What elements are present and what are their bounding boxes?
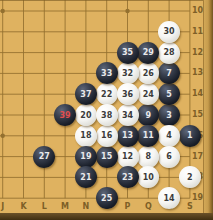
stone-black-37-N14[interactable]: 37 (75, 83, 97, 105)
column-label-s: S (183, 202, 197, 212)
stone-white-18-N16[interactable]: 18 (75, 125, 97, 147)
stone-white-34-P15[interactable]: 34 (117, 104, 139, 126)
column-label-j: J (0, 202, 10, 212)
go-board-screen: JKLMNOPQRS10111213141516171819 123456789… (0, 0, 213, 220)
stone-white-30-R11[interactable]: 30 (158, 21, 180, 43)
column-label-l: L (37, 202, 51, 212)
stone-white-4-R16[interactable]: 4 (158, 125, 180, 147)
board-right-edge (203, 0, 213, 220)
stone-white-6-R17[interactable]: 6 (158, 146, 180, 168)
stone-black-1-S16[interactable]: 1 (179, 125, 201, 147)
stone-black-15-O17[interactable]: 15 (96, 146, 118, 168)
stone-black-39-M15[interactable]: 39 (54, 104, 76, 126)
stone-black-25-O19[interactable]: 25 (96, 187, 118, 209)
stone-black-33-O13[interactable]: 33 (96, 62, 118, 84)
stone-white-28-R12[interactable]: 28 (158, 42, 180, 64)
column-label-n: N (79, 202, 93, 212)
stone-black-29-Q12[interactable]: 29 (137, 42, 159, 64)
stone-white-16-O16[interactable]: 16 (96, 125, 118, 147)
stone-white-12-P17[interactable]: 12 (117, 146, 139, 168)
stone-black-13-P16[interactable]: 13 (117, 125, 139, 147)
board-bottom-edge (0, 213, 213, 220)
stone-black-35-P12[interactable]: 35 (117, 42, 139, 64)
stone-white-20-N15[interactable]: 20 (75, 104, 97, 126)
stone-black-23-P18[interactable]: 23 (117, 166, 139, 188)
stone-black-19-N17[interactable]: 19 (75, 146, 97, 168)
column-label-k: K (17, 202, 31, 212)
column-label-p: P (121, 202, 135, 212)
stone-black-27-L17[interactable]: 27 (33, 146, 55, 168)
stone-white-22-O14[interactable]: 22 (96, 83, 118, 105)
stone-white-32-P13[interactable]: 32 (117, 62, 139, 84)
column-label-q: Q (141, 202, 155, 212)
board-top-edge (0, 0, 213, 1)
stone-white-36-P14[interactable]: 36 (117, 83, 139, 105)
stone-black-11-Q16[interactable]: 11 (137, 125, 159, 147)
stone-white-38-O15[interactable]: 38 (96, 104, 118, 126)
stone-black-3-R15[interactable]: 3 (158, 104, 180, 126)
stone-white-8-Q17[interactable]: 8 (137, 146, 159, 168)
column-label-m: M (58, 202, 72, 212)
